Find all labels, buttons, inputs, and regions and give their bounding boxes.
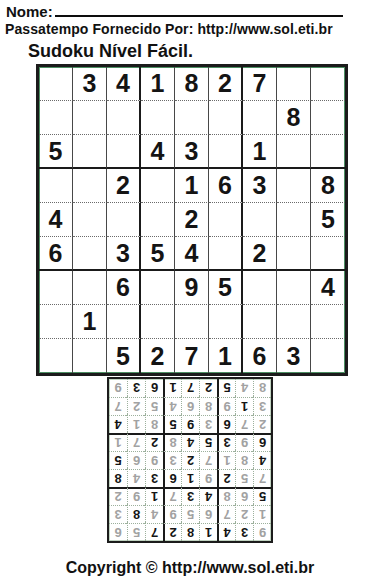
given-cell-r4c9: 8 [311, 169, 345, 203]
sudoku-page: Nome: Passatempo Fornecido Por: http://w… [0, 0, 380, 585]
solution-cell-r1c9: 6 [109, 523, 127, 541]
given-cell-r7c9: 4 [311, 271, 345, 305]
given-cell-r7c5: 9 [175, 271, 209, 305]
solution-cell-r7c6: 5 [163, 415, 181, 433]
solution-cell-r6c6: 8 [163, 433, 181, 451]
solution-cell-r5c3: 1 [217, 451, 235, 469]
solution-cell-r1c1: 9 [253, 523, 271, 541]
solution-cell-r7c4: 3 [199, 415, 217, 433]
given-cell-r6c7: 2 [243, 237, 277, 271]
solution-cell-r8c9: 7 [109, 397, 127, 415]
solution-cell-r2c5: 5 [181, 505, 199, 523]
empty-cell-r5c7[interactable] [243, 203, 277, 237]
solution-cell-r4c7: 3 [145, 469, 163, 487]
empty-cell-r2c6[interactable] [209, 101, 243, 135]
given-cell-r6c1: 6 [39, 237, 73, 271]
solution-cell-r5c8: 6 [127, 451, 145, 469]
solution-cell-r5c9: 5 [109, 451, 127, 469]
solution-cell-r2c1: 1 [253, 505, 271, 523]
solution-cell-r6c1: 6 [253, 433, 271, 451]
given-cell-r3c1: 5 [39, 135, 73, 169]
solution-grid-rotated: 9341827561276594835684371927529163484817… [107, 377, 273, 543]
empty-cell-r7c7[interactable] [243, 271, 277, 305]
given-cell-r1c5: 8 [175, 67, 209, 101]
solution-cell-r7c7: 8 [145, 415, 163, 433]
empty-cell-r5c6[interactable] [209, 203, 243, 237]
solution-cell-r2c6: 9 [163, 505, 181, 523]
empty-cell-r3c3[interactable] [107, 135, 141, 169]
given-cell-r3c5: 3 [175, 135, 209, 169]
solution-cell-r9c2: 4 [235, 379, 253, 397]
empty-cell-r2c1[interactable] [39, 101, 73, 135]
given-cell-r3c4: 4 [141, 135, 175, 169]
solution-cell-r2c9: 3 [109, 505, 127, 523]
solution-cell-r8c5: 6 [181, 397, 199, 415]
solution-cell-r3c9: 2 [109, 487, 127, 505]
solution-cell-r7c5: 9 [181, 415, 199, 433]
puzzle-grid: 34182785431216384256354269541527163 [36, 64, 348, 376]
given-cell-r3c7: 1 [243, 135, 277, 169]
solution-cell-r4c4: 9 [199, 469, 217, 487]
solution-cell-r7c8: 1 [127, 415, 145, 433]
solution-cell-r1c6: 2 [163, 523, 181, 541]
empty-cell-r7c8[interactable] [277, 271, 311, 305]
empty-cell-r6c8[interactable] [277, 237, 311, 271]
solution-cell-r1c4: 1 [199, 523, 217, 541]
given-cell-r2c8: 8 [277, 101, 311, 135]
solution-cell-r5c7: 9 [145, 451, 163, 469]
given-cell-r6c5: 4 [175, 237, 209, 271]
solution-cell-r2c3: 7 [217, 505, 235, 523]
copyright-text: Copyright © http://www.sol.eti.br [0, 559, 380, 577]
empty-cell-r2c2[interactable] [73, 101, 107, 135]
given-cell-r7c6: 5 [209, 271, 243, 305]
given-cell-r1c3: 4 [107, 67, 141, 101]
solution-cell-r8c3: 9 [217, 397, 235, 415]
solution-cell-r4c1: 7 [253, 469, 271, 487]
solution-cell-r9c7: 6 [145, 379, 163, 397]
solution-cell-r3c1: 5 [253, 487, 271, 505]
empty-cell-r8c4[interactable] [141, 305, 175, 339]
empty-cell-r9c2[interactable] [73, 339, 107, 373]
solution-cell-r9c4: 2 [199, 379, 217, 397]
solution-cell-r2c2: 2 [235, 505, 253, 523]
empty-cell-r8c3[interactable] [107, 305, 141, 339]
given-cell-r5c1: 4 [39, 203, 73, 237]
solution-cell-r8c8: 2 [127, 397, 145, 415]
solution-cell-r7c1: 2 [253, 415, 271, 433]
solution-cell-r1c5: 8 [181, 523, 199, 541]
empty-cell-r5c2[interactable] [73, 203, 107, 237]
empty-cell-r6c2[interactable] [73, 237, 107, 271]
empty-cell-r3c8[interactable] [277, 135, 311, 169]
name-row: Nome: [6, 3, 346, 20]
given-cell-r9c6: 1 [209, 339, 243, 373]
solution-cell-r2c8: 8 [127, 505, 145, 523]
solution-cell-r6c3: 3 [217, 433, 235, 451]
solution-cell-r1c2: 3 [235, 523, 253, 541]
solution-cell-r6c5: 4 [181, 433, 199, 451]
given-cell-r6c4: 5 [141, 237, 175, 271]
empty-cell-r2c4[interactable] [141, 101, 175, 135]
empty-cell-r9c1[interactable] [39, 339, 73, 373]
solution-cell-r3c6: 7 [163, 487, 181, 505]
solution-cell-r8c1: 3 [253, 397, 271, 415]
empty-cell-r6c9[interactable] [311, 237, 345, 271]
given-cell-r5c5: 2 [175, 203, 209, 237]
empty-cell-r3c9[interactable] [311, 135, 345, 169]
empty-cell-r3c6[interactable] [209, 135, 243, 169]
empty-cell-r5c4[interactable] [141, 203, 175, 237]
given-cell-r1c4: 1 [141, 67, 175, 101]
given-cell-r9c4: 2 [141, 339, 175, 373]
empty-cell-r8c7[interactable] [243, 305, 277, 339]
solution-cell-r4c3: 2 [217, 469, 235, 487]
empty-cell-r5c8[interactable] [277, 203, 311, 237]
given-cell-r4c7: 3 [243, 169, 277, 203]
solution-cell-r3c5: 3 [181, 487, 199, 505]
empty-cell-r6c6[interactable] [209, 237, 243, 271]
empty-cell-r1c9[interactable] [311, 67, 345, 101]
empty-cell-r8c5[interactable] [175, 305, 209, 339]
solution-cell-r1c7: 7 [145, 523, 163, 541]
empty-cell-r8c8[interactable] [277, 305, 311, 339]
solution-cell-r6c2: 9 [235, 433, 253, 451]
solution-cell-r9c6: 1 [163, 379, 181, 397]
empty-cell-r8c6[interactable] [209, 305, 243, 339]
empty-cell-r4c4[interactable] [141, 169, 175, 203]
name-input-line[interactable] [55, 3, 343, 17]
empty-cell-r4c2[interactable] [73, 169, 107, 203]
given-cell-r7c3: 6 [107, 271, 141, 305]
page-title: Sudoku Nível Fácil. [28, 41, 193, 62]
solution-cell-r7c2: 7 [235, 415, 253, 433]
given-cell-r9c8: 3 [277, 339, 311, 373]
given-cell-r4c5: 1 [175, 169, 209, 203]
given-cell-r6c3: 3 [107, 237, 141, 271]
solution-cell-r6c9: 1 [109, 433, 127, 451]
solution-cell-r8c6: 4 [163, 397, 181, 415]
solution-cell-r9c5: 7 [181, 379, 199, 397]
solution-cell-r1c3: 4 [217, 523, 235, 541]
solution-cell-r9c8: 3 [127, 379, 145, 397]
solution-cell-r4c5: 1 [181, 469, 199, 487]
solution-cell-r2c4: 6 [199, 505, 217, 523]
solution-cell-r7c9: 4 [109, 415, 127, 433]
given-cell-r4c3: 2 [107, 169, 141, 203]
empty-cell-r5c3[interactable] [107, 203, 141, 237]
solution-cell-r4c9: 8 [109, 469, 127, 487]
empty-cell-r4c8[interactable] [277, 169, 311, 203]
given-cell-r8c2: 1 [73, 305, 107, 339]
solution-cell-r5c1: 4 [253, 451, 271, 469]
empty-cell-r3c2[interactable] [73, 135, 107, 169]
solution-cell-r1c8: 5 [127, 523, 145, 541]
given-cell-r1c7: 7 [243, 67, 277, 101]
solution-cell-r3c7: 1 [145, 487, 163, 505]
empty-cell-r7c2[interactable] [73, 271, 107, 305]
solution-cell-r6c8: 7 [127, 433, 145, 451]
solution-cell-r2c7: 4 [145, 505, 163, 523]
solution-cell-r8c4: 8 [199, 397, 217, 415]
empty-cell-r1c1[interactable] [39, 67, 73, 101]
solution-cell-r6c7: 2 [145, 433, 163, 451]
empty-cell-r1c8[interactable] [277, 67, 311, 101]
given-cell-r9c3: 5 [107, 339, 141, 373]
solution-cell-r3c8: 9 [127, 487, 145, 505]
empty-cell-r8c1[interactable] [39, 305, 73, 339]
name-label: Nome: [6, 3, 53, 20]
solution-cell-r3c3: 8 [217, 487, 235, 505]
empty-cell-r2c3[interactable] [107, 101, 141, 135]
solution-cell-r5c6: 3 [163, 451, 181, 469]
empty-cell-r7c1[interactable] [39, 271, 73, 305]
given-cell-r4c6: 6 [209, 169, 243, 203]
empty-cell-r2c9[interactable] [311, 101, 345, 135]
empty-cell-r8c9[interactable] [311, 305, 345, 339]
solution-cell-r6c4: 5 [199, 433, 217, 451]
empty-cell-r7c4[interactable] [141, 271, 175, 305]
solution-cell-r8c2: 1 [235, 397, 253, 415]
empty-cell-r2c7[interactable] [243, 101, 277, 135]
empty-cell-r4c1[interactable] [39, 169, 73, 203]
solution-cell-r8c7: 5 [145, 397, 163, 415]
solution-cell-r5c4: 7 [199, 451, 217, 469]
given-cell-r9c5: 7 [175, 339, 209, 373]
given-cell-r1c2: 3 [73, 67, 107, 101]
solution-cell-r3c2: 6 [235, 487, 253, 505]
solution-cell-r9c1: 8 [253, 379, 271, 397]
given-cell-r9c7: 6 [243, 339, 277, 373]
given-cell-r1c6: 2 [209, 67, 243, 101]
solution-cell-r4c2: 5 [235, 469, 253, 487]
solution-cell-r9c9: 9 [109, 379, 127, 397]
solution-cell-r5c2: 8 [235, 451, 253, 469]
provider-text: Passatempo Fornecido Por: http://www.sol… [5, 21, 333, 37]
solution-cell-r7c3: 6 [217, 415, 235, 433]
solution-cell-r3c4: 4 [199, 487, 217, 505]
solution-cell-r4c6: 6 [163, 469, 181, 487]
empty-cell-r2c5[interactable] [175, 101, 209, 135]
empty-cell-r9c9[interactable] [311, 339, 345, 373]
solution-cell-r9c3: 5 [217, 379, 235, 397]
given-cell-r5c9: 5 [311, 203, 345, 237]
solution-cell-r5c5: 2 [181, 451, 199, 469]
solution-cell-r4c8: 4 [127, 469, 145, 487]
